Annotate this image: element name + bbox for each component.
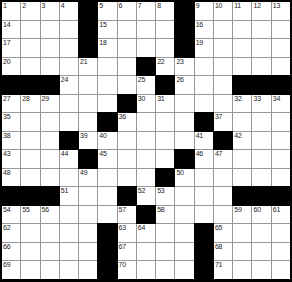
black-square-r11c7: [118, 187, 136, 205]
cell-r15c7[interactable]: 70: [118, 261, 136, 279]
cell-r6c8[interactable]: 30: [137, 95, 155, 113]
cell-r11c6[interactable]: [98, 187, 116, 205]
clue-number: 51: [61, 187, 68, 195]
cell-r8c13[interactable]: 42: [233, 132, 251, 150]
cell-r3c7[interactable]: [118, 39, 136, 57]
cell-r12c12[interactable]: [214, 206, 232, 224]
black-square-r15c6: [98, 261, 116, 279]
clue-number: 24: [61, 76, 68, 84]
cell-r6c15[interactable]: 34: [272, 95, 290, 113]
clue-number: 14: [3, 21, 10, 29]
black-square-r13c11: [195, 224, 213, 242]
cell-r10c13[interactable]: [233, 169, 251, 187]
cell-r14c9[interactable]: [156, 243, 174, 261]
clue-number: 44: [61, 150, 68, 158]
cell-r11c5[interactable]: [79, 187, 97, 205]
black-square-r11c3: [41, 187, 59, 205]
clue-number: 53: [157, 187, 164, 195]
cell-r7c10[interactable]: [175, 113, 193, 131]
cell-r10c4[interactable]: [60, 169, 78, 187]
cell-r12c9[interactable]: 58: [156, 206, 174, 224]
cell-r7c4[interactable]: [60, 113, 78, 131]
cell-r5c4[interactable]: 24: [60, 76, 78, 94]
cell-r3c12[interactable]: [214, 39, 232, 57]
black-square-r8c12: [214, 132, 232, 150]
cell-r12c6[interactable]: [98, 206, 116, 224]
cell-r1c13[interactable]: 11: [233, 2, 251, 20]
clue-number: 4: [61, 2, 65, 10]
cell-r4c15[interactable]: [272, 58, 290, 76]
cell-r4c6[interactable]: [98, 58, 116, 76]
clue-number: 6: [119, 2, 123, 10]
clue-number: 1: [3, 2, 7, 10]
cell-r2c6[interactable]: 15: [98, 21, 116, 39]
cell-r5c12[interactable]: [214, 76, 232, 94]
cell-r8c10[interactable]: [175, 132, 193, 150]
cell-r9c13[interactable]: [233, 150, 251, 168]
crossword-grid: 1234567891011121314151617181920212223242…: [0, 0, 292, 282]
black-square-r1c10: [175, 2, 193, 20]
clue-number: 17: [3, 39, 10, 47]
cell-r4c7[interactable]: [118, 58, 136, 76]
cell-r14c14[interactable]: [252, 243, 270, 261]
cell-r1c14[interactable]: 12: [252, 2, 270, 20]
black-square-r9c5: [79, 150, 97, 168]
clue-number: 70: [119, 261, 126, 269]
clue-number: 64: [138, 224, 145, 232]
cell-r13c13[interactable]: [233, 224, 251, 242]
cell-r2c8[interactable]: [137, 21, 155, 39]
cell-r13c9[interactable]: [156, 224, 174, 242]
clue-number: 41: [196, 132, 203, 140]
cell-r11c12[interactable]: [214, 187, 232, 205]
cell-r8c8[interactable]: [137, 132, 155, 150]
cell-r10c11[interactable]: [195, 169, 213, 187]
black-square-r11c2: [21, 187, 39, 205]
clue-number: 60: [253, 206, 260, 214]
cell-r9c1[interactable]: 43: [2, 150, 20, 168]
cell-r1c7[interactable]: 6: [118, 2, 136, 20]
cell-r1c12[interactable]: 10: [214, 2, 232, 20]
black-square-r12c8: [137, 206, 155, 224]
cell-r3c14[interactable]: [252, 39, 270, 57]
cell-r7c8[interactable]: [137, 113, 155, 131]
black-square-r7c6: [98, 113, 116, 131]
cell-r11c9[interactable]: 53: [156, 187, 174, 205]
cell-r14c5[interactable]: [79, 243, 97, 261]
clue-number: 68: [215, 243, 222, 251]
cell-r3c11[interactable]: 19: [195, 39, 213, 57]
cell-r3c3[interactable]: [41, 39, 59, 57]
cell-r4c9[interactable]: 22: [156, 58, 174, 76]
clue-number: 55: [22, 206, 29, 214]
cell-r7c12[interactable]: 37: [214, 113, 232, 131]
clue-number: 66: [3, 243, 10, 251]
black-square-r5c14: [252, 76, 270, 94]
cell-r14c3[interactable]: [41, 243, 59, 261]
clue-number: 33: [253, 95, 260, 103]
black-square-r11c13: [233, 187, 251, 205]
clue-number: 9: [196, 2, 200, 10]
cell-r10c14[interactable]: [252, 169, 270, 187]
cell-r13c4[interactable]: [60, 224, 78, 242]
cell-r5c7[interactable]: [118, 76, 136, 94]
clue-number: 5: [99, 2, 103, 10]
black-square-r13c6: [98, 224, 116, 242]
cell-r6c12[interactable]: [214, 95, 232, 113]
black-square-r5c1: [2, 76, 20, 94]
cell-r13c8[interactable]: 64: [137, 224, 155, 242]
cell-r10c7[interactable]: [118, 169, 136, 187]
cell-r7c13[interactable]: [233, 113, 251, 131]
cell-r6c11[interactable]: [195, 95, 213, 113]
cell-r10c3[interactable]: [41, 169, 59, 187]
cell-r15c2[interactable]: [21, 261, 39, 279]
cell-r9c3[interactable]: [41, 150, 59, 168]
cell-r4c14[interactable]: [252, 58, 270, 76]
clue-number: 13: [273, 2, 280, 10]
cell-r6c5[interactable]: [79, 95, 97, 113]
cell-r13c3[interactable]: [41, 224, 59, 242]
cell-r8c7[interactable]: [118, 132, 136, 150]
cell-r13c1[interactable]: 62: [2, 224, 20, 242]
black-square-r4c8: [137, 58, 155, 76]
cell-r3c9[interactable]: [156, 39, 174, 57]
black-square-r6c7: [118, 95, 136, 113]
cell-r10c10[interactable]: 50: [175, 169, 193, 187]
cell-r14c12[interactable]: 68: [214, 243, 232, 261]
cell-r14c13[interactable]: [233, 243, 251, 261]
clue-number: 56: [42, 206, 49, 214]
clue-number: 67: [119, 243, 126, 251]
cell-r7c14[interactable]: [252, 113, 270, 131]
cell-r8c2[interactable]: [21, 132, 39, 150]
cell-r8c9[interactable]: [156, 132, 174, 150]
cell-r3c8[interactable]: [137, 39, 155, 57]
clue-number: 20: [3, 58, 10, 66]
cell-r4c13[interactable]: [233, 58, 251, 76]
cell-r1c4[interactable]: 4: [60, 2, 78, 20]
cell-r14c1[interactable]: 66: [2, 243, 20, 261]
cell-r8c15[interactable]: [272, 132, 290, 150]
cell-r6c4[interactable]: [60, 95, 78, 113]
cell-r15c15[interactable]: [272, 261, 290, 279]
cell-r6c13[interactable]: 32: [233, 95, 251, 113]
cell-r10c6[interactable]: [98, 169, 116, 187]
cell-r2c3[interactable]: [41, 21, 59, 39]
cell-r7c5[interactable]: [79, 113, 97, 131]
clue-number: 35: [3, 113, 10, 121]
clue-number: 8: [157, 2, 161, 10]
cell-r8c6[interactable]: 40: [98, 132, 116, 150]
clue-number: 19: [196, 39, 203, 47]
clue-number: 52: [138, 187, 145, 195]
black-square-r1c5: [79, 2, 97, 20]
black-square-r3c10: [175, 39, 193, 57]
black-square-r15c11: [195, 261, 213, 279]
black-square-r11c15: [272, 187, 290, 205]
cell-r3c1[interactable]: 17: [2, 39, 20, 57]
cell-r15c13[interactable]: [233, 261, 251, 279]
cell-r13c10[interactable]: [175, 224, 193, 242]
clue-number: 32: [234, 95, 241, 103]
black-square-r5c2: [21, 76, 39, 94]
clue-number: 21: [80, 58, 87, 66]
cell-r9c14[interactable]: [252, 150, 270, 168]
cell-r13c7[interactable]: 63: [118, 224, 136, 242]
clue-number: 62: [3, 224, 10, 232]
cell-r10c2[interactable]: [21, 169, 39, 187]
clue-number: 28: [22, 95, 29, 103]
clue-number: 50: [176, 169, 183, 177]
black-square-r9c10: [175, 150, 193, 168]
cell-r2c12[interactable]: [214, 21, 232, 39]
cell-r14c2[interactable]: [21, 243, 39, 261]
black-square-r5c15: [272, 76, 290, 94]
cell-r3c13[interactable]: [233, 39, 251, 57]
black-square-r5c9: [156, 76, 174, 94]
clue-number: 11: [234, 2, 241, 10]
cell-r12c4[interactable]: [60, 206, 78, 224]
cell-r15c12[interactable]: 71: [214, 261, 232, 279]
clue-number: 58: [157, 206, 164, 214]
cell-r11c4[interactable]: 51: [60, 187, 78, 205]
cell-r1c2[interactable]: 2: [21, 2, 39, 20]
clue-number: 59: [234, 206, 241, 214]
cell-r4c5[interactable]: 21: [79, 58, 97, 76]
cell-r9c7[interactable]: [118, 150, 136, 168]
clue-number: 45: [99, 150, 106, 158]
cell-r12c5[interactable]: [79, 206, 97, 224]
clue-number: 15: [99, 21, 106, 29]
cell-r12c13[interactable]: 59: [233, 206, 251, 224]
cell-r7c3[interactable]: [41, 113, 59, 131]
cell-r5c10[interactable]: 26: [175, 76, 193, 94]
cell-r4c3[interactable]: [41, 58, 59, 76]
cell-r4c11[interactable]: [195, 58, 213, 76]
cell-r2c11[interactable]: 16: [195, 21, 213, 39]
clue-number: 30: [138, 95, 145, 103]
clue-number: 2: [22, 2, 26, 10]
black-square-r14c6: [98, 243, 116, 261]
cell-r8c5[interactable]: 39: [79, 132, 97, 150]
cell-r7c7[interactable]: 36: [118, 113, 136, 131]
black-square-r5c3: [41, 76, 59, 94]
cell-r15c5[interactable]: [79, 261, 97, 279]
clue-number: 26: [176, 76, 183, 84]
cell-r14c15[interactable]: [272, 243, 290, 261]
clue-number: 63: [119, 224, 126, 232]
cell-r5c11[interactable]: [195, 76, 213, 94]
cell-r6c10[interactable]: [175, 95, 193, 113]
cell-r8c3[interactable]: [41, 132, 59, 150]
cell-r10c5[interactable]: 49: [79, 169, 97, 187]
cell-r1c15[interactable]: 13: [272, 2, 290, 20]
cell-r2c2[interactable]: [21, 21, 39, 39]
cell-r13c14[interactable]: [252, 224, 270, 242]
cell-r7c1[interactable]: 35: [2, 113, 20, 131]
cell-r6c1[interactable]: 27: [2, 95, 20, 113]
black-square-r2c10: [175, 21, 193, 39]
clue-number: 27: [3, 95, 10, 103]
cell-r4c2[interactable]: [21, 58, 39, 76]
cell-r12c3[interactable]: 56: [41, 206, 59, 224]
cell-r3c6[interactable]: 18: [98, 39, 116, 57]
black-square-r11c14: [252, 187, 270, 205]
cell-r13c5[interactable]: [79, 224, 97, 242]
black-square-r7c11: [195, 113, 213, 131]
clue-number: 18: [99, 39, 106, 47]
cell-r2c7[interactable]: [118, 21, 136, 39]
black-square-r11c1: [2, 187, 20, 205]
cell-r2c4[interactable]: [60, 21, 78, 39]
cell-r2c13[interactable]: [233, 21, 251, 39]
clue-number: 23: [176, 58, 183, 66]
cell-r12c1[interactable]: 54: [2, 206, 20, 224]
clue-number: 10: [215, 2, 222, 10]
clue-number: 29: [42, 95, 49, 103]
clue-number: 69: [3, 261, 10, 269]
cell-r1c1[interactable]: 1: [2, 2, 20, 20]
cell-r14c7[interactable]: 67: [118, 243, 136, 261]
clue-number: 3: [42, 2, 46, 10]
clue-number: 65: [215, 224, 222, 232]
cell-r11c10[interactable]: [175, 187, 193, 205]
cell-r13c2[interactable]: [21, 224, 39, 242]
cell-r10c12[interactable]: [214, 169, 232, 187]
cell-r15c4[interactable]: [60, 261, 78, 279]
cell-r12c14[interactable]: 60: [252, 206, 270, 224]
cell-r13c15[interactable]: [272, 224, 290, 242]
cell-r7c9[interactable]: [156, 113, 174, 131]
clue-number: 25: [138, 76, 145, 84]
clue-number: 48: [3, 169, 10, 177]
cell-r9c15[interactable]: [272, 150, 290, 168]
clue-number: 16: [196, 21, 203, 29]
clue-number: 39: [80, 132, 87, 140]
clue-number: 7: [138, 2, 142, 10]
black-square-r10c9: [156, 169, 174, 187]
cell-r9c2[interactable]: [21, 150, 39, 168]
cell-r15c14[interactable]: [252, 261, 270, 279]
cell-r13c12[interactable]: 65: [214, 224, 232, 242]
cell-r10c1[interactable]: 48: [2, 169, 20, 187]
cell-r4c4[interactable]: [60, 58, 78, 76]
cell-r8c1[interactable]: 38: [2, 132, 20, 150]
cell-r4c1[interactable]: 20: [2, 58, 20, 76]
clue-number: 31: [157, 95, 164, 103]
cell-r4c10[interactable]: 23: [175, 58, 193, 76]
cell-r15c3[interactable]: [41, 261, 59, 279]
clue-number: 49: [80, 169, 87, 177]
cell-r6c3[interactable]: 29: [41, 95, 59, 113]
cell-r15c10[interactable]: [175, 261, 193, 279]
clue-number: 22: [157, 58, 164, 66]
clue-number: 61: [273, 206, 280, 214]
cell-r9c8[interactable]: [137, 150, 155, 168]
black-square-r3c5: [79, 39, 97, 57]
cell-r9c11[interactable]: 46: [195, 150, 213, 168]
cell-r2c14[interactable]: [252, 21, 270, 39]
cell-r8c14[interactable]: [252, 132, 270, 150]
clue-number: 36: [119, 113, 126, 121]
cell-r1c6[interactable]: 5: [98, 2, 116, 20]
cell-r5c6[interactable]: [98, 76, 116, 94]
clue-number: 46: [196, 150, 203, 158]
cell-r2c9[interactable]: [156, 21, 174, 39]
black-square-r14c11: [195, 243, 213, 261]
cell-r1c11[interactable]: 9: [195, 2, 213, 20]
cell-r9c6[interactable]: 45: [98, 150, 116, 168]
cell-r3c15[interactable]: [272, 39, 290, 57]
cell-r7c15[interactable]: [272, 113, 290, 131]
cell-r9c4[interactable]: 44: [60, 150, 78, 168]
cell-r5c8[interactable]: 25: [137, 76, 155, 94]
clue-number: 37: [215, 113, 222, 121]
cell-r15c9[interactable]: [156, 261, 174, 279]
cell-r8c11[interactable]: 41: [195, 132, 213, 150]
clue-number: 71: [215, 261, 222, 269]
clue-number: 38: [3, 132, 10, 140]
black-square-r8c4: [60, 132, 78, 150]
cell-r12c10[interactable]: [175, 206, 193, 224]
cell-r11c11[interactable]: [195, 187, 213, 205]
cell-r1c8[interactable]: 7: [137, 2, 155, 20]
clue-number: 42: [234, 132, 241, 140]
black-square-r5c13: [233, 76, 251, 94]
cell-r15c8[interactable]: [137, 261, 155, 279]
clue-number: 12: [253, 2, 260, 10]
cell-r9c9[interactable]: [156, 150, 174, 168]
cell-r5c5[interactable]: [79, 76, 97, 94]
clue-number: 40: [99, 132, 106, 140]
cell-r15c1[interactable]: 69: [2, 261, 20, 279]
cell-r11c8[interactable]: 52: [137, 187, 155, 205]
black-square-r2c5: [79, 21, 97, 39]
cell-r6c2[interactable]: 28: [21, 95, 39, 113]
cell-r3c4[interactable]: [60, 39, 78, 57]
cell-r2c1[interactable]: 14: [2, 21, 20, 39]
cell-r1c3[interactable]: 3: [41, 2, 59, 20]
cell-r14c10[interactable]: [175, 243, 193, 261]
cell-r12c7[interactable]: 57: [118, 206, 136, 224]
cell-r12c2[interactable]: 55: [21, 206, 39, 224]
cell-r9c12[interactable]: 47: [214, 150, 232, 168]
cell-r14c4[interactable]: [60, 243, 78, 261]
cell-r4c12[interactable]: [214, 58, 232, 76]
clue-number: 57: [119, 206, 126, 214]
clue-number: 34: [273, 95, 280, 103]
cell-r3c2[interactable]: [21, 39, 39, 57]
cell-r12c15[interactable]: 61: [272, 206, 290, 224]
cell-r6c14[interactable]: 33: [252, 95, 270, 113]
cell-r6c6[interactable]: [98, 95, 116, 113]
cell-r10c8[interactable]: [137, 169, 155, 187]
cell-r6c9[interactable]: 31: [156, 95, 174, 113]
clue-number: 43: [3, 150, 10, 158]
cell-r12c11[interactable]: [195, 206, 213, 224]
cell-r10c15[interactable]: [272, 169, 290, 187]
cell-r1c9[interactable]: 8: [156, 2, 174, 20]
cell-r2c15[interactable]: [272, 21, 290, 39]
cell-r14c8[interactable]: [137, 243, 155, 261]
cell-r7c2[interactable]: [21, 113, 39, 131]
clue-number: 47: [215, 150, 222, 158]
clue-number: 54: [3, 206, 10, 214]
